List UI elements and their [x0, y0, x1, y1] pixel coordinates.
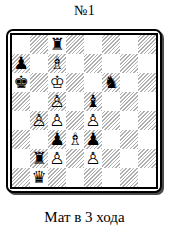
square-h1[interactable]	[138, 168, 156, 187]
square-d8[interactable]	[66, 35, 84, 54]
square-g3[interactable]	[120, 130, 138, 149]
white-pawn: ♙	[49, 149, 64, 168]
chess-board-frame: ♜♟♗♚♔♞♙♝♙♙♙♟♗♟♜♙♙♛	[6, 29, 162, 193]
square-c6[interactable]: ♔	[48, 73, 66, 92]
square-a1[interactable]	[12, 168, 30, 187]
square-f2[interactable]	[102, 149, 120, 168]
square-f1[interactable]	[102, 168, 120, 187]
black-pawn: ♟	[49, 130, 64, 149]
black-bishop: ♝	[85, 92, 100, 111]
white-pawn: ♙	[49, 92, 64, 111]
square-d4[interactable]	[66, 111, 84, 130]
square-b1[interactable]: ♛	[30, 168, 48, 187]
square-h6[interactable]	[138, 73, 156, 92]
chess-board: ♜♟♗♚♔♞♙♝♙♙♙♟♗♟♜♙♙♛	[10, 33, 158, 189]
square-f4[interactable]	[102, 111, 120, 130]
puzzle-number: №1	[0, 3, 169, 19]
square-a4[interactable]	[12, 111, 30, 130]
white-pawn: ♙	[85, 149, 100, 168]
square-d3[interactable]: ♗	[66, 130, 84, 149]
square-h8[interactable]	[138, 35, 156, 54]
square-f7[interactable]	[102, 54, 120, 73]
square-e7[interactable]	[84, 54, 102, 73]
square-c1[interactable]	[48, 168, 66, 187]
square-e4[interactable]: ♙	[84, 111, 102, 130]
square-c2[interactable]: ♙	[48, 149, 66, 168]
square-b8[interactable]	[30, 35, 48, 54]
black-king: ♚	[13, 73, 28, 92]
square-b5[interactable]	[30, 92, 48, 111]
square-b4[interactable]: ♙	[30, 111, 48, 130]
square-f3[interactable]	[102, 130, 120, 149]
square-g8[interactable]	[120, 35, 138, 54]
square-e8[interactable]	[84, 35, 102, 54]
square-h3[interactable]	[138, 130, 156, 149]
square-c7[interactable]: ♗	[48, 54, 66, 73]
square-g4[interactable]	[120, 111, 138, 130]
square-c8[interactable]: ♜	[48, 35, 66, 54]
square-a7[interactable]: ♟	[12, 54, 30, 73]
white-bishop: ♗	[49, 54, 64, 73]
square-a6[interactable]: ♚	[12, 73, 30, 92]
white-pawn: ♙	[31, 111, 46, 130]
white-pawn: ♙	[85, 111, 100, 130]
square-h5[interactable]	[138, 92, 156, 111]
square-a5[interactable]	[12, 92, 30, 111]
square-h7[interactable]	[138, 54, 156, 73]
square-a3[interactable]	[12, 130, 30, 149]
square-d5[interactable]	[66, 92, 84, 111]
square-e1[interactable]	[84, 168, 102, 187]
square-g5[interactable]	[120, 92, 138, 111]
square-b2[interactable]: ♜	[30, 149, 48, 168]
square-e6[interactable]	[84, 73, 102, 92]
puzzle-caption: Мат в 3 хода	[0, 209, 169, 226]
square-b6[interactable]	[30, 73, 48, 92]
square-d1[interactable]	[66, 168, 84, 187]
black-queen: ♛	[31, 168, 46, 187]
square-c4[interactable]: ♙	[48, 111, 66, 130]
white-king: ♔	[49, 73, 64, 92]
black-rook: ♜	[49, 35, 64, 54]
square-a8[interactable]	[12, 35, 30, 54]
black-knight: ♞	[103, 73, 118, 92]
square-e3[interactable]: ♟	[84, 130, 102, 149]
square-d2[interactable]	[66, 149, 84, 168]
square-h4[interactable]	[138, 111, 156, 130]
square-g7[interactable]	[120, 54, 138, 73]
square-d6[interactable]	[66, 73, 84, 92]
square-b3[interactable]	[30, 130, 48, 149]
square-g6[interactable]	[120, 73, 138, 92]
square-c3[interactable]: ♟	[48, 130, 66, 149]
white-pawn: ♙	[49, 111, 64, 130]
square-d7[interactable]	[66, 54, 84, 73]
black-pawn: ♟	[85, 130, 100, 149]
black-rook: ♜	[31, 149, 46, 168]
square-f5[interactable]	[102, 92, 120, 111]
square-a2[interactable]	[12, 149, 30, 168]
square-g1[interactable]	[120, 168, 138, 187]
square-g2[interactable]	[120, 149, 138, 168]
square-b7[interactable]	[30, 54, 48, 73]
white-bishop: ♗	[67, 130, 82, 149]
black-pawn: ♟	[13, 54, 28, 73]
square-c5[interactable]: ♙	[48, 92, 66, 111]
square-e5[interactable]: ♝	[84, 92, 102, 111]
square-f6[interactable]: ♞	[102, 73, 120, 92]
square-h2[interactable]	[138, 149, 156, 168]
square-f8[interactable]	[102, 35, 120, 54]
square-e2[interactable]: ♙	[84, 149, 102, 168]
